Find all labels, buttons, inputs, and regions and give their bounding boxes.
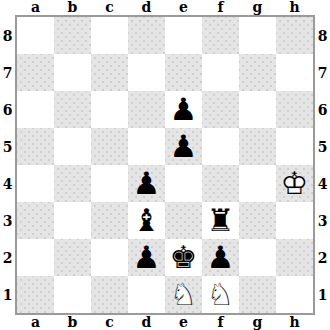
- square-f4[interactable]: [202, 165, 239, 202]
- file-label-top-h: h: [276, 0, 313, 15]
- chess-diagram: abcdefgh 87654321 ♟♟♟♚♔♝♜♟♚♟♞♘♞♘ 8765432…: [0, 0, 330, 330]
- square-g1[interactable]: [239, 276, 276, 313]
- rank-label-right-7: 7: [315, 54, 330, 91]
- rank-label-right-1: 1: [315, 276, 330, 313]
- square-c8[interactable]: [91, 17, 128, 54]
- file-labels-bottom: abcdefgh: [17, 315, 313, 330]
- square-b1[interactable]: [54, 276, 91, 313]
- file-label-top-f: f: [202, 0, 239, 15]
- square-f1[interactable]: ♞♘: [202, 276, 239, 313]
- rank-label-left-5: 5: [0, 128, 15, 165]
- white-knight-outline: ♘: [202, 276, 239, 313]
- square-h7[interactable]: [276, 54, 313, 91]
- square-e7[interactable]: [165, 54, 202, 91]
- square-f8[interactable]: [202, 17, 239, 54]
- file-label-bottom-d: d: [128, 315, 165, 330]
- square-f6[interactable]: [202, 91, 239, 128]
- square-e2[interactable]: ♚: [165, 239, 202, 276]
- rank-label-left-2: 2: [0, 239, 15, 276]
- square-d2[interactable]: ♟: [128, 239, 165, 276]
- square-d4[interactable]: ♟: [128, 165, 165, 202]
- square-h1[interactable]: [276, 276, 313, 313]
- black-pawn[interactable]: ♟: [128, 165, 165, 202]
- square-e4[interactable]: [165, 165, 202, 202]
- black-pawn[interactable]: ♟: [165, 91, 202, 128]
- square-e1[interactable]: ♞♘: [165, 276, 202, 313]
- white-knight[interactable]: ♞♘: [202, 276, 239, 313]
- square-a4[interactable]: [17, 165, 54, 202]
- square-d7[interactable]: [128, 54, 165, 91]
- file-label-bottom-b: b: [54, 315, 91, 330]
- rank-label-left-1: 1: [0, 276, 15, 313]
- square-b6[interactable]: [54, 91, 91, 128]
- square-a8[interactable]: [17, 17, 54, 54]
- file-labels-top: abcdefgh: [17, 0, 313, 15]
- rank-label-right-4: 4: [315, 165, 330, 202]
- square-b3[interactable]: [54, 202, 91, 239]
- rank-label-right-6: 6: [315, 91, 330, 128]
- file-label-top-g: g: [239, 0, 276, 15]
- square-d6[interactable]: [128, 91, 165, 128]
- square-g6[interactable]: [239, 91, 276, 128]
- square-a5[interactable]: [17, 128, 54, 165]
- white-king-outline: ♔: [276, 165, 313, 202]
- black-rook[interactable]: ♜: [202, 202, 239, 239]
- file-label-top-e: e: [165, 0, 202, 15]
- square-h8[interactable]: [276, 17, 313, 54]
- square-g2[interactable]: [239, 239, 276, 276]
- square-c3[interactable]: [91, 202, 128, 239]
- black-pawn[interactable]: ♟: [202, 239, 239, 276]
- white-knight[interactable]: ♞♘: [165, 276, 202, 313]
- square-a3[interactable]: [17, 202, 54, 239]
- file-label-top-b: b: [54, 0, 91, 15]
- file-label-bottom-c: c: [91, 315, 128, 330]
- file-label-top-c: c: [91, 0, 128, 15]
- file-label-bottom-f: f: [202, 315, 239, 330]
- rank-label-right-3: 3: [315, 202, 330, 239]
- square-b2[interactable]: [54, 239, 91, 276]
- file-label-top-d: d: [128, 0, 165, 15]
- square-d1[interactable]: [128, 276, 165, 313]
- black-pawn[interactable]: ♟: [165, 128, 202, 165]
- square-d8[interactable]: [128, 17, 165, 54]
- square-e3[interactable]: [165, 202, 202, 239]
- square-a1[interactable]: [17, 276, 54, 313]
- file-label-bottom-h: h: [276, 315, 313, 330]
- square-f5[interactable]: [202, 128, 239, 165]
- square-d5[interactable]: [128, 128, 165, 165]
- rank-label-right-2: 2: [315, 239, 330, 276]
- rank-label-left-3: 3: [0, 202, 15, 239]
- rank-labels-right: 87654321: [315, 17, 330, 313]
- square-h5[interactable]: [276, 128, 313, 165]
- square-a6[interactable]: [17, 91, 54, 128]
- square-h2[interactable]: [276, 239, 313, 276]
- board: ♟♟♟♚♔♝♜♟♚♟♞♘♞♘: [15, 15, 315, 315]
- square-g3[interactable]: [239, 202, 276, 239]
- square-c5[interactable]: [91, 128, 128, 165]
- white-knight-outline: ♘: [165, 276, 202, 313]
- rank-label-left-4: 4: [0, 165, 15, 202]
- square-c4[interactable]: [91, 165, 128, 202]
- file-label-top-a: a: [17, 0, 54, 15]
- rank-label-right-5: 5: [315, 128, 330, 165]
- square-e8[interactable]: [165, 17, 202, 54]
- square-c7[interactable]: [91, 54, 128, 91]
- square-f7[interactable]: [202, 54, 239, 91]
- rank-label-left-8: 8: [0, 17, 15, 54]
- rank-label-left-7: 7: [0, 54, 15, 91]
- square-g8[interactable]: [239, 17, 276, 54]
- black-bishop[interactable]: ♝: [128, 202, 165, 239]
- square-b8[interactable]: [54, 17, 91, 54]
- square-g4[interactable]: [239, 165, 276, 202]
- square-c6[interactable]: [91, 91, 128, 128]
- rank-label-right-8: 8: [315, 17, 330, 54]
- square-h4[interactable]: ♚♔: [276, 165, 313, 202]
- white-king[interactable]: ♚♔: [276, 165, 313, 202]
- square-a2[interactable]: [17, 239, 54, 276]
- square-f3[interactable]: ♜: [202, 202, 239, 239]
- square-b4[interactable]: [54, 165, 91, 202]
- black-pawn[interactable]: ♟: [128, 239, 165, 276]
- rank-label-left-6: 6: [0, 91, 15, 128]
- square-g5[interactable]: [239, 128, 276, 165]
- rank-labels-left: 87654321: [0, 17, 15, 313]
- square-f2[interactable]: ♟: [202, 239, 239, 276]
- square-g7[interactable]: [239, 54, 276, 91]
- square-e6[interactable]: ♟: [165, 91, 202, 128]
- file-label-bottom-a: a: [17, 315, 54, 330]
- square-h6[interactable]: [276, 91, 313, 128]
- square-b5[interactable]: [54, 128, 91, 165]
- square-e5[interactable]: ♟: [165, 128, 202, 165]
- black-king[interactable]: ♚: [165, 239, 202, 276]
- square-a7[interactable]: [17, 54, 54, 91]
- file-label-bottom-g: g: [239, 315, 276, 330]
- square-d3[interactable]: ♝: [128, 202, 165, 239]
- square-c2[interactable]: [91, 239, 128, 276]
- square-c1[interactable]: [91, 276, 128, 313]
- file-label-bottom-e: e: [165, 315, 202, 330]
- square-b7[interactable]: [54, 54, 91, 91]
- square-h3[interactable]: [276, 202, 313, 239]
